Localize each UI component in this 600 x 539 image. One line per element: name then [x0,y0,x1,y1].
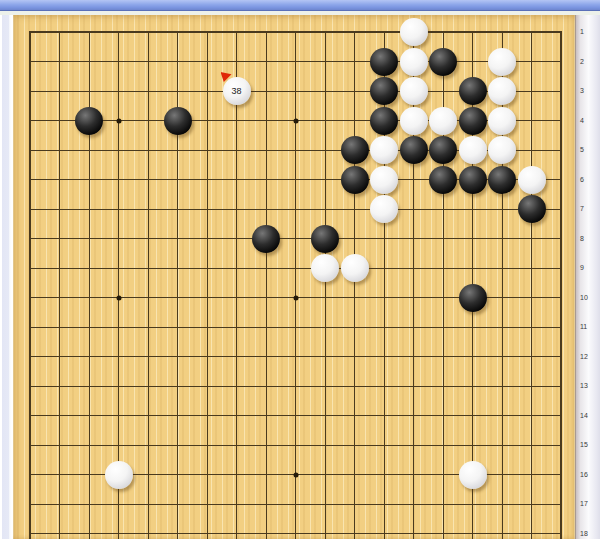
white-stone [370,136,398,164]
black-stone [370,77,398,105]
star-point [116,295,121,300]
row-coordinate-label: 3 [580,87,584,95]
left-gutter [0,15,13,539]
grid-line-vertical [325,31,326,539]
row-coordinate-label: 7 [580,205,584,213]
grid-line-horizontal [29,533,562,534]
white-stone [518,166,546,194]
grid-line-vertical [59,31,60,539]
white-stone [459,136,487,164]
white-stone [488,48,516,76]
grid-line-horizontal [29,238,562,239]
row-coordinate-label: 10 [580,294,588,302]
grid-line-vertical [148,31,149,539]
row-coordinate-label: 17 [580,500,588,508]
row-coordinate-label: 1 [580,28,584,36]
black-stone [518,195,546,223]
grid-line-horizontal [29,268,562,269]
white-stone [370,166,398,194]
window-title-bar[interactable] [0,0,600,11]
white-stone [488,107,516,135]
grid-line-vertical [531,31,532,539]
black-stone [370,107,398,135]
black-stone [75,107,103,135]
grid-line-vertical [295,31,296,539]
white-stone [105,461,133,489]
row-coordinate-label: 18 [580,530,588,538]
white-stone [429,107,457,135]
grid-line-vertical [207,31,208,539]
black-stone [429,48,457,76]
row-coordinate-label: 12 [580,353,588,361]
white-stone [459,461,487,489]
grid-line-horizontal [29,31,562,33]
row-coordinate-label: 16 [580,471,588,479]
black-stone [459,107,487,135]
go-client-window: 38 123456789101112131415161718 [0,0,600,539]
grid-line-horizontal [29,445,562,446]
black-stone [164,107,192,135]
row-coordinate-label: 14 [580,412,588,420]
star-point [293,295,298,300]
star-point [293,472,298,477]
black-stone [429,166,457,194]
white-stone [400,77,428,105]
grid-line-vertical [29,31,31,539]
grid-line-horizontal [29,504,562,505]
row-coordinate-label: 13 [580,382,588,390]
black-stone [341,136,369,164]
row-coordinate-label: 8 [580,235,584,243]
black-stone [429,136,457,164]
grid-line-vertical [560,31,562,539]
white-stone [341,254,369,282]
go-board[interactable]: 38 [13,15,575,539]
white-stone [370,195,398,223]
grid-line-horizontal [29,386,562,387]
grid-line-vertical [354,31,355,539]
last-move-marker-icon [221,72,232,82]
star-point [293,118,298,123]
black-stone [488,166,516,194]
coordinate-strip: 123456789101112131415161718 [575,15,600,539]
row-coordinate-label: 5 [580,146,584,154]
grid-line-horizontal [29,327,562,328]
black-stone [311,225,339,253]
white-stone [488,77,516,105]
grid-line-horizontal [29,61,562,62]
white-stone [400,107,428,135]
row-coordinate-label: 6 [580,176,584,184]
black-stone [459,77,487,105]
grid-line-horizontal [29,415,562,416]
black-stone [252,225,280,253]
row-coordinate-label: 9 [580,264,584,272]
grid-line-vertical [266,31,267,539]
white-stone [400,18,428,46]
black-stone [341,166,369,194]
black-stone [459,166,487,194]
row-coordinate-label: 11 [580,323,587,331]
black-stone [370,48,398,76]
grid-line-horizontal [29,356,562,357]
move-number-label: 38 [231,87,241,96]
white-stone [311,254,339,282]
black-stone [459,284,487,312]
star-point [116,118,121,123]
white-stone [488,136,516,164]
row-coordinate-label: 4 [580,117,584,125]
white-stone [400,48,428,76]
row-coordinate-label: 2 [580,58,584,66]
row-coordinate-label: 15 [580,441,588,449]
black-stone [400,136,428,164]
grid-line-vertical [236,31,237,539]
grid-line-horizontal [29,209,562,210]
white-stone: 38 [223,77,251,105]
